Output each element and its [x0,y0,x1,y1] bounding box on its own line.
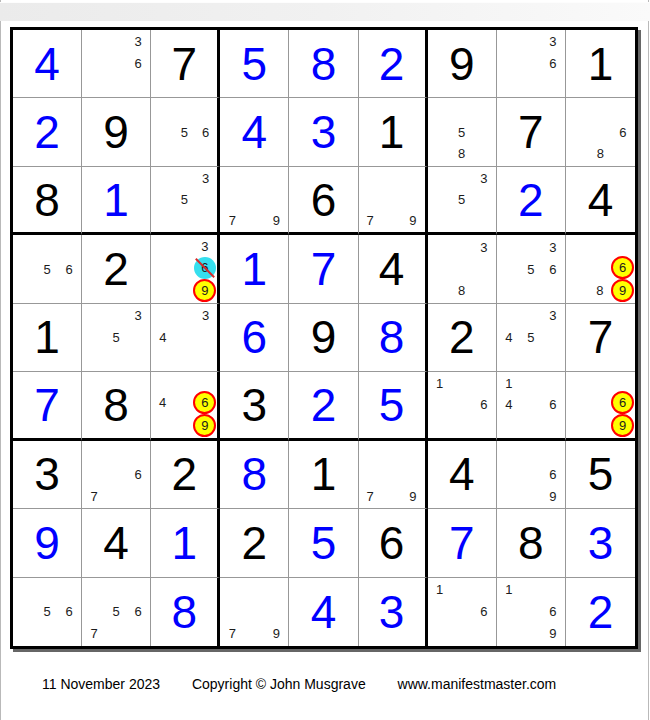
cell-value-solved: 5 [311,520,337,566]
cell-value-given: 8 [103,382,129,428]
cell-r7c5[interactable]: 1 [289,441,358,509]
cell-r5c4[interactable]: 6 [220,304,289,372]
cell-r5c9[interactable]: 7 [566,304,635,372]
candidate-7[interactable]: 7 [229,214,236,227]
footer: 11 November 2023 Copyright © John Musgra… [42,676,556,692]
cell-value-solved: 7 [449,520,475,566]
candidate-6[interactable]: 6 [549,398,556,411]
cell-r7c7[interactable]: 4 [428,441,497,509]
cell-value-solved: 4 [311,589,337,635]
cell-r1c3[interactable]: 7 [151,30,220,98]
cell-r2c4[interactable]: 4 [220,98,289,166]
candidate-1[interactable]: 1 [436,583,443,596]
candidate-6[interactable]: 6 [65,263,72,276]
cell-value-given: 2 [449,314,475,360]
cell-r5c2[interactable]: 35 [82,304,151,372]
cell-r3c3[interactable]: 35 [151,167,220,235]
cell-value-solved: 5 [379,382,405,428]
candidate-6[interactable]: 6 [549,57,556,70]
cell-r6c5[interactable]: 2 [289,372,358,440]
cell-r4c2[interactable]: 2 [82,235,151,303]
candidate-6[interactable]: 6 [65,605,72,618]
candidate-grid: 356 [498,236,564,301]
cell-value-given: 9 [311,314,337,360]
cell-value-given: 4 [449,451,475,497]
candidate-6[interactable]: 6 [135,57,142,70]
candidate-8[interactable]: 8 [458,284,465,297]
candidate-9[interactable]: 9 [409,214,416,227]
cell-value-solved: 4 [242,109,268,155]
cell-r4c6[interactable]: 4 [359,235,428,303]
candidate-grid: 69 [498,442,564,507]
candidate-8[interactable]: 8 [596,284,603,297]
candidate-9[interactable]: 9 [549,627,556,640]
candidate-8[interactable]: 8 [597,147,604,160]
cell-r7c2[interactable]: 67 [82,441,151,509]
candidate-4[interactable]: 4 [505,398,512,411]
candidate-grid: 58 [429,99,495,164]
candidate-grid: 35 [83,305,149,370]
cell-value-solved: 3 [588,520,614,566]
candidate-6[interactable]: 6 [549,468,556,481]
cell-value-solved: 7 [34,382,60,428]
cell-value-solved: 8 [311,41,337,87]
candidate-1[interactable]: 1 [436,377,443,390]
cell-value-given: 1 [311,451,337,497]
cell-r9c2[interactable]: 567 [82,578,151,646]
cell-r1c4[interactable]: 5 [220,30,289,98]
cell-r3c9[interactable]: 4 [566,167,635,235]
candidate-3[interactable]: 3 [549,309,556,322]
footer-date: 11 November 2023 [42,676,160,692]
cell-r6c3[interactable]: 469 [151,372,220,440]
candidate-5[interactable]: 5 [527,331,534,344]
cell-r5c6[interactable]: 8 [359,304,428,372]
candidate-6[interactable]: 6 [202,126,209,139]
cell-r1c8[interactable]: 36 [497,30,566,98]
cell-r3c2[interactable]: 1 [82,167,151,235]
candidate-6-yellow-circle[interactable]: 6 [611,256,634,279]
candidate-9-yellow-circle[interactable]: 9 [193,414,216,437]
candidate-grid: 146 [498,373,564,436]
cell-r2c2[interactable]: 9 [82,98,151,166]
cell-value-solved: 1 [103,177,129,223]
cell-value-solved: 2 [588,589,614,635]
cell-r4c7[interactable]: 38 [428,235,497,303]
cell-r1c9[interactable]: 1 [566,30,635,98]
cell-value-given: 4 [588,177,614,223]
candidate-grid: 68 [567,99,634,164]
candidate-6-yellow-circle[interactable]: 6 [193,391,216,414]
cell-r6c8[interactable]: 146 [497,372,566,440]
cell-value-given: 7 [518,109,544,155]
cell-r2c9[interactable]: 68 [566,98,635,166]
cell-value-given: 1 [34,314,60,360]
cell-r2c6[interactable]: 1 [359,98,428,166]
cell-value-solved: 6 [242,314,268,360]
cell-r9c4[interactable]: 79 [220,578,289,646]
candidate-9-yellow-circle[interactable]: 9 [611,414,634,437]
cell-r3c8[interactable]: 2 [497,167,566,235]
cell-r8c7[interactable]: 7 [428,509,497,577]
cell-r9c1[interactable]: 56 [13,578,82,646]
candidate-grid: 169 [498,579,564,645]
cell-r2c8[interactable]: 7 [497,98,566,166]
candidate-grid: 79 [360,168,424,231]
candidate-grid: 35 [152,168,216,231]
cell-r9c7[interactable]: 16 [428,578,497,646]
cell-value-given: 3 [34,451,60,497]
window-header-bar [0,2,650,21]
candidate-9[interactable]: 9 [409,490,416,503]
cell-r8c6[interactable]: 6 [359,509,428,577]
cell-r8c9[interactable]: 3 [566,509,635,577]
candidate-3[interactable]: 3 [549,241,556,254]
cell-r7c4[interactable]: 8 [220,441,289,509]
cell-r8c2[interactable]: 4 [82,509,151,577]
cell-value-given: 2 [242,520,268,566]
cell-value-given: 6 [379,520,405,566]
cell-r4c4[interactable]: 1 [220,235,289,303]
candidate-4[interactable]: 4 [159,396,166,409]
cell-r5c7[interactable]: 2 [428,304,497,372]
cell-value-solved: 5 [242,41,268,87]
cell-value-given: 7 [171,41,197,87]
cell-r7c8[interactable]: 69 [497,441,566,509]
cell-r5c8[interactable]: 345 [497,304,566,372]
cell-r4c8[interactable]: 356 [497,235,566,303]
cell-r6c9[interactable]: 69 [566,372,635,440]
cell-value-given: 4 [379,246,405,292]
candidate-6[interactable]: 6 [480,398,487,411]
cell-value-solved: 2 [34,109,60,155]
candidate-grid: 16 [429,579,495,645]
candidate-5[interactable]: 5 [181,193,188,206]
cell-r8c8[interactable]: 8 [497,509,566,577]
cell-value-solved: 2 [311,382,337,428]
cell-value-solved: 8 [379,314,405,360]
candidate-7[interactable]: 7 [91,490,98,503]
cell-value-given: 7 [588,314,614,360]
candidate-9-yellow-circle[interactable]: 9 [611,279,634,302]
cell-r9c3[interactable]: 8 [151,578,220,646]
candidate-grid: 56 [14,236,80,301]
cell-value-given: 5 [588,451,614,497]
candidate-3[interactable]: 3 [202,172,209,185]
candidate-3[interactable]: 3 [480,241,487,254]
candidate-5[interactable]: 5 [113,331,120,344]
window-left-edge [0,0,1,720]
cell-value-given: 9 [103,109,129,155]
cell-r6c6[interactable]: 5 [359,372,428,440]
candidate-grid: 69 [567,373,634,436]
cell-r6c7[interactable]: 16 [428,372,497,440]
cell-value-solved: 3 [311,109,337,155]
candidate-5[interactable]: 5 [113,605,120,618]
candidate-grid: 34 [152,305,216,370]
cell-r3c4[interactable]: 79 [220,167,289,235]
candidate-grid: 79 [221,579,287,645]
cell-r7c9[interactable]: 5 [566,441,635,509]
cell-r1c7[interactable]: 9 [428,30,497,98]
candidate-grid: 567 [83,579,149,645]
cell-r5c1[interactable]: 1 [13,304,82,372]
cell-r6c2[interactable]: 8 [82,372,151,440]
cell-value-given: 6 [311,177,337,223]
candidate-7[interactable]: 7 [91,627,98,640]
candidate-4[interactable]: 4 [505,331,512,344]
cell-r1c2[interactable]: 36 [82,30,151,98]
cell-r7c3[interactable]: 2 [151,441,220,509]
cell-value-given: 8 [518,520,544,566]
sudoku-app-page: 4367582936129564315876881357967935245623… [0,0,650,720]
cell-r1c5[interactable]: 8 [289,30,358,98]
candidate-6[interactable]: 6 [549,605,556,618]
cell-r8c3[interactable]: 1 [151,509,220,577]
candidate-7[interactable]: 7 [367,214,374,227]
candidate-3[interactable]: 3 [135,309,142,322]
candidate-3[interactable]: 3 [480,172,487,185]
candidate-1[interactable]: 1 [505,583,512,596]
cell-value-solved: 9 [34,520,60,566]
candidate-grid: 36 [498,31,564,96]
window-right-edge [648,0,649,720]
cell-r2c5[interactable]: 3 [289,98,358,166]
candidate-5[interactable]: 5 [458,126,465,139]
candidate-3[interactable]: 3 [549,35,556,48]
cell-value-given: 8 [34,177,60,223]
cell-r8c4[interactable]: 2 [220,509,289,577]
candidate-6[interactable]: 6 [619,126,626,139]
cell-r9c8[interactable]: 169 [497,578,566,646]
candidate-7[interactable]: 7 [367,490,374,503]
cell-r8c1[interactable]: 9 [13,509,82,577]
candidate-grid: 79 [360,442,424,507]
cell-value-solved: 7 [311,246,337,292]
cell-r1c1[interactable]: 4 [13,30,82,98]
candidate-5[interactable]: 5 [43,263,50,276]
footer-copyright: Copyright © John Musgrave [192,676,366,692]
candidate-grid: 79 [221,168,287,231]
cell-value-solved: 8 [242,451,268,497]
cell-r4c3[interactable]: 369 [151,235,220,303]
candidate-9[interactable]: 9 [549,490,556,503]
cell-r4c9[interactable]: 689 [566,235,635,303]
cell-value-solved: 1 [171,520,197,566]
candidate-grid: 16 [429,373,495,436]
cell-r5c3[interactable]: 34 [151,304,220,372]
candidate-5[interactable]: 5 [181,126,188,139]
candidate-grid: 689 [567,236,634,301]
candidate-9-yellow-circle[interactable]: 9 [193,279,216,302]
candidate-grid: 38 [429,236,495,301]
candidate-3[interactable]: 3 [201,240,208,253]
cell-value-given: 3 [242,382,268,428]
cell-r1c6[interactable]: 2 [359,30,428,98]
candidate-1[interactable]: 1 [505,377,512,390]
cell-r5c5[interactable]: 9 [289,304,358,372]
candidate-7[interactable]: 7 [229,627,236,640]
candidate-4[interactable]: 4 [159,331,166,344]
cell-r7c6[interactable]: 79 [359,441,428,509]
candidate-8[interactable]: 8 [458,147,465,160]
cell-value-solved: 4 [34,41,60,87]
candidate-6[interactable]: 6 [549,263,556,276]
candidate-3[interactable]: 3 [135,35,142,48]
cell-value-given: 1 [588,41,614,87]
cell-value-given: 4 [103,520,129,566]
candidate-9[interactable]: 9 [273,627,280,640]
candidate-grid: 345 [498,305,564,370]
cell-value-solved: 8 [171,589,197,635]
cell-value-solved: 3 [379,589,405,635]
candidate-9[interactable]: 9 [273,214,280,227]
cell-value-solved: 2 [379,41,405,87]
cell-r4c5[interactable]: 7 [289,235,358,303]
candidate-6[interactable]: 6 [135,468,142,481]
cell-r6c4[interactable]: 3 [220,372,289,440]
cell-r2c7[interactable]: 58 [428,98,497,166]
candidate-5[interactable]: 5 [458,193,465,206]
candidate-grid: 56 [14,579,80,645]
candidate-5[interactable]: 5 [527,263,534,276]
cell-value-solved: 2 [518,177,544,223]
candidate-6-yellow-circle[interactable]: 6 [611,391,634,414]
candidate-grid: 369 [152,236,216,301]
candidate-grid: 36 [83,31,149,96]
cell-r9c6[interactable]: 3 [359,578,428,646]
cell-r3c6[interactable]: 79 [359,167,428,235]
candidate-3[interactable]: 3 [202,309,209,322]
cell-value-solved: 1 [242,246,268,292]
cell-r3c5[interactable]: 6 [289,167,358,235]
cell-r7c1[interactable]: 3 [13,441,82,509]
cell-r8c5[interactable]: 5 [289,509,358,577]
cell-value-given: 2 [103,246,129,292]
cell-value-given: 1 [379,109,405,155]
candidate-5[interactable]: 5 [43,605,50,618]
cell-value-given: 9 [449,41,475,87]
candidate-6[interactable]: 6 [135,605,142,618]
candidate-grid: 35 [429,168,495,231]
cell-r3c1[interactable]: 8 [13,167,82,235]
cell-r3c7[interactable]: 35 [428,167,497,235]
sudoku-board: 4367582936129564315876881357967935245623… [10,27,638,649]
cell-r9c5[interactable]: 4 [289,578,358,646]
candidate-grid: 67 [83,442,149,507]
cell-r2c3[interactable]: 56 [151,98,220,166]
candidate-grid: 469 [152,373,216,436]
candidate-grid: 56 [152,99,216,164]
candidate-6-cyan-eliminated[interactable]: 6 [194,257,216,279]
cell-r2c1[interactable]: 2 [13,98,82,166]
cell-r6c1[interactable]: 7 [13,372,82,440]
cell-r9c9[interactable]: 2 [566,578,635,646]
cell-r4c1[interactable]: 56 [13,235,82,303]
cell-value-given: 2 [171,451,197,497]
footer-website: www.manifestmaster.com [398,676,557,692]
candidate-6[interactable]: 6 [480,605,487,618]
